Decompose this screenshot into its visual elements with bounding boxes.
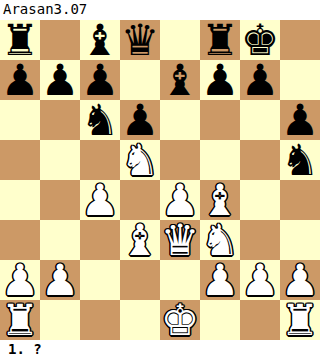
square-g2[interactable]: ♟ bbox=[240, 260, 280, 300]
square-a5[interactable] bbox=[0, 140, 40, 180]
black-knight-c6[interactable]: ♞ bbox=[81, 99, 120, 142]
square-g8[interactable]: ♚ bbox=[240, 20, 280, 60]
square-b4[interactable] bbox=[40, 180, 80, 220]
square-c1[interactable] bbox=[80, 300, 120, 340]
square-c4[interactable]: ♟ bbox=[80, 180, 120, 220]
square-d5[interactable]: ♞ bbox=[120, 140, 160, 180]
square-g5[interactable] bbox=[240, 140, 280, 180]
square-h6[interactable]: ♟ bbox=[280, 100, 320, 140]
white-pawn-g2[interactable]: ♟ bbox=[241, 259, 280, 302]
square-b8[interactable] bbox=[40, 20, 80, 60]
square-a6[interactable] bbox=[0, 100, 40, 140]
move-status: 1. ? bbox=[0, 340, 320, 360]
white-knight-d5[interactable]: ♞ bbox=[121, 139, 160, 182]
square-e3[interactable]: ♛ bbox=[160, 220, 200, 260]
square-c6[interactable]: ♞ bbox=[80, 100, 120, 140]
square-g3[interactable] bbox=[240, 220, 280, 260]
square-g7[interactable]: ♟ bbox=[240, 60, 280, 100]
square-b5[interactable] bbox=[40, 140, 80, 180]
square-h1[interactable]: ♜ bbox=[280, 300, 320, 340]
square-b6[interactable] bbox=[40, 100, 80, 140]
square-g4[interactable] bbox=[240, 180, 280, 220]
square-a2[interactable]: ♟ bbox=[0, 260, 40, 300]
white-rook-h1[interactable]: ♜ bbox=[281, 299, 320, 342]
white-king-e1[interactable]: ♚ bbox=[161, 299, 200, 342]
square-e6[interactable] bbox=[160, 100, 200, 140]
square-a3[interactable] bbox=[0, 220, 40, 260]
square-c3[interactable] bbox=[80, 220, 120, 260]
black-pawn-b7[interactable]: ♟ bbox=[41, 59, 80, 102]
white-rook-a1[interactable]: ♜ bbox=[1, 299, 40, 342]
square-g1[interactable] bbox=[240, 300, 280, 340]
black-pawn-a7[interactable]: ♟ bbox=[1, 59, 40, 102]
white-bishop-d3[interactable]: ♝ bbox=[121, 219, 160, 262]
square-d4[interactable] bbox=[120, 180, 160, 220]
black-bishop-e7[interactable]: ♝ bbox=[161, 59, 200, 102]
square-b1[interactable] bbox=[40, 300, 80, 340]
black-queen-d8[interactable]: ♛ bbox=[121, 19, 160, 62]
square-f8[interactable]: ♜ bbox=[200, 20, 240, 60]
square-h2[interactable]: ♟ bbox=[280, 260, 320, 300]
square-g6[interactable] bbox=[240, 100, 280, 140]
white-pawn-f2[interactable]: ♟ bbox=[201, 259, 240, 302]
black-pawn-f7[interactable]: ♟ bbox=[201, 59, 240, 102]
square-d6[interactable]: ♟ bbox=[120, 100, 160, 140]
white-pawn-c4[interactable]: ♟ bbox=[81, 179, 120, 222]
square-c7[interactable]: ♟ bbox=[80, 60, 120, 100]
square-f7[interactable]: ♟ bbox=[200, 60, 240, 100]
square-e5[interactable] bbox=[160, 140, 200, 180]
square-b2[interactable]: ♟ bbox=[40, 260, 80, 300]
square-e7[interactable]: ♝ bbox=[160, 60, 200, 100]
square-d2[interactable] bbox=[120, 260, 160, 300]
square-h5[interactable]: ♞ bbox=[280, 140, 320, 180]
square-a4[interactable] bbox=[0, 180, 40, 220]
black-pawn-g7[interactable]: ♟ bbox=[241, 59, 280, 102]
square-f5[interactable] bbox=[200, 140, 240, 180]
square-f1[interactable] bbox=[200, 300, 240, 340]
square-f6[interactable] bbox=[200, 100, 240, 140]
square-d8[interactable]: ♛ bbox=[120, 20, 160, 60]
square-c5[interactable] bbox=[80, 140, 120, 180]
chess-board: ♜♝♛♜♚♟♟♟♝♟♟♞♟♟♞♞♟♟♝♝♛♞♟♟♟♟♟♜♚♜ bbox=[0, 20, 320, 340]
square-f4[interactable]: ♝ bbox=[200, 180, 240, 220]
square-a7[interactable]: ♟ bbox=[0, 60, 40, 100]
square-a1[interactable]: ♜ bbox=[0, 300, 40, 340]
black-knight-h5[interactable]: ♞ bbox=[281, 139, 320, 182]
square-h8[interactable] bbox=[280, 20, 320, 60]
square-e4[interactable]: ♟ bbox=[160, 180, 200, 220]
square-e8[interactable] bbox=[160, 20, 200, 60]
square-d3[interactable]: ♝ bbox=[120, 220, 160, 260]
square-f3[interactable]: ♞ bbox=[200, 220, 240, 260]
square-a8[interactable]: ♜ bbox=[0, 20, 40, 60]
square-b3[interactable] bbox=[40, 220, 80, 260]
square-e2[interactable] bbox=[160, 260, 200, 300]
square-c8[interactable]: ♝ bbox=[80, 20, 120, 60]
white-pawn-b2[interactable]: ♟ bbox=[41, 259, 80, 302]
square-d7[interactable] bbox=[120, 60, 160, 100]
square-h4[interactable] bbox=[280, 180, 320, 220]
square-h3[interactable] bbox=[280, 220, 320, 260]
square-h7[interactable] bbox=[280, 60, 320, 100]
square-f2[interactable]: ♟ bbox=[200, 260, 240, 300]
square-d1[interactable] bbox=[120, 300, 160, 340]
square-b7[interactable]: ♟ bbox=[40, 60, 80, 100]
white-queen-e3[interactable]: ♛ bbox=[161, 219, 200, 262]
square-c2[interactable] bbox=[80, 260, 120, 300]
square-e1[interactable]: ♚ bbox=[160, 300, 200, 340]
